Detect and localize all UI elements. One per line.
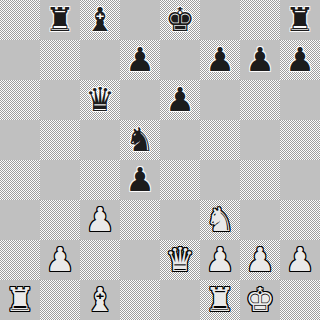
square-b1[interactable] [40,280,80,320]
square-b5[interactable] [40,120,80,160]
square-b3[interactable] [40,200,80,240]
square-d4[interactable]: ♟ [120,160,160,200]
square-d1[interactable] [120,280,160,320]
square-b2[interactable]: ♟ [40,240,80,280]
square-h4[interactable] [280,160,320,200]
square-h1[interactable] [280,280,320,320]
piece-black-rook[interactable]: ♜ [45,3,75,36]
square-g7[interactable]: ♟ [240,40,280,80]
square-f5[interactable] [200,120,240,160]
square-d8[interactable] [120,0,160,40]
square-c4[interactable] [80,160,120,200]
square-f8[interactable] [200,0,240,40]
square-b7[interactable] [40,40,80,80]
square-a7[interactable] [0,40,40,80]
square-a4[interactable] [0,160,40,200]
square-c7[interactable] [80,40,120,80]
square-c6[interactable]: ♛ [80,80,120,120]
square-h6[interactable] [280,80,320,120]
piece-black-pawn[interactable]: ♟ [125,163,155,196]
square-d2[interactable] [120,240,160,280]
square-d3[interactable] [120,200,160,240]
square-e7[interactable] [160,40,200,80]
square-a5[interactable] [0,120,40,160]
piece-black-queen[interactable]: ♛ [85,83,115,116]
piece-black-rook[interactable]: ♜ [285,3,315,36]
piece-white-pawn[interactable]: ♟ [45,243,75,276]
square-b4[interactable] [40,160,80,200]
piece-white-pawn[interactable]: ♟ [85,203,115,236]
square-h7[interactable]: ♟ [280,40,320,80]
square-g2[interactable]: ♟ [240,240,280,280]
square-g8[interactable] [240,0,280,40]
piece-white-pawn[interactable]: ♟ [285,243,315,276]
piece-black-king[interactable]: ♚ [165,3,195,36]
piece-white-knight[interactable]: ♞ [205,203,235,236]
square-a1[interactable]: ♜ [0,280,40,320]
square-a3[interactable] [0,200,40,240]
square-h2[interactable]: ♟ [280,240,320,280]
square-f4[interactable] [200,160,240,200]
square-e6[interactable]: ♟ [160,80,200,120]
square-a8[interactable] [0,0,40,40]
piece-black-bishop[interactable]: ♝ [85,3,115,36]
square-h8[interactable]: ♜ [280,0,320,40]
square-c8[interactable]: ♝ [80,0,120,40]
square-e2[interactable]: ♛ [160,240,200,280]
piece-black-pawn[interactable]: ♟ [285,43,315,76]
square-c3[interactable]: ♟ [80,200,120,240]
square-f3[interactable]: ♞ [200,200,240,240]
piece-white-queen[interactable]: ♛ [165,243,195,276]
square-f1[interactable]: ♜ [200,280,240,320]
square-d7[interactable]: ♟ [120,40,160,80]
piece-black-pawn[interactable]: ♟ [165,83,195,116]
square-e1[interactable] [160,280,200,320]
piece-white-pawn[interactable]: ♟ [205,243,235,276]
chess-board: ♜♝♚♜♟♟♟♟♛♟♞♟♟♞♟♛♟♟♟♜♝♜♚ [0,0,320,320]
piece-white-king[interactable]: ♚ [245,283,275,316]
piece-white-rook[interactable]: ♜ [205,283,235,316]
square-e4[interactable] [160,160,200,200]
square-f7[interactable]: ♟ [200,40,240,80]
square-g3[interactable] [240,200,280,240]
square-g4[interactable] [240,160,280,200]
piece-black-knight[interactable]: ♞ [125,123,155,156]
square-g1[interactable]: ♚ [240,280,280,320]
piece-white-pawn[interactable]: ♟ [245,243,275,276]
piece-white-rook[interactable]: ♜ [5,283,35,316]
square-c1[interactable]: ♝ [80,280,120,320]
piece-black-pawn[interactable]: ♟ [125,43,155,76]
square-a2[interactable] [0,240,40,280]
square-c5[interactable] [80,120,120,160]
square-g5[interactable] [240,120,280,160]
piece-black-pawn[interactable]: ♟ [205,43,235,76]
square-b6[interactable] [40,80,80,120]
square-g6[interactable] [240,80,280,120]
square-h3[interactable] [280,200,320,240]
square-e8[interactable]: ♚ [160,0,200,40]
square-d6[interactable] [120,80,160,120]
square-a6[interactable] [0,80,40,120]
square-d5[interactable]: ♞ [120,120,160,160]
square-e3[interactable] [160,200,200,240]
piece-white-bishop[interactable]: ♝ [85,283,115,316]
piece-black-pawn[interactable]: ♟ [245,43,275,76]
square-e5[interactable] [160,120,200,160]
square-c2[interactable] [80,240,120,280]
square-h5[interactable] [280,120,320,160]
square-f2[interactable]: ♟ [200,240,240,280]
square-f6[interactable] [200,80,240,120]
square-b8[interactable]: ♜ [40,0,80,40]
